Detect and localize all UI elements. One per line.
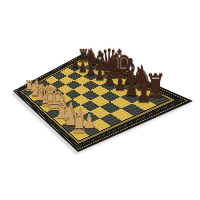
piece-white-rook-h1[interactable]: ♜ — [70, 111, 87, 137]
chess-set-photo: ♜♞♝♛♚♝♞♜♟♟♟♟♟♟♟♟♟♟♟♟♟♟♟♟♜♞♝♛♚♝♞♜ — [0, 0, 200, 200]
piece-black-pawn-h7[interactable]: ♟ — [136, 83, 151, 106]
pieces-layer: ♜♞♝♛♚♝♞♜♟♟♟♟♟♟♟♟♟♟♟♟♟♟♟♟♜♞♝♛♚♝♞♜ — [0, 0, 200, 200]
